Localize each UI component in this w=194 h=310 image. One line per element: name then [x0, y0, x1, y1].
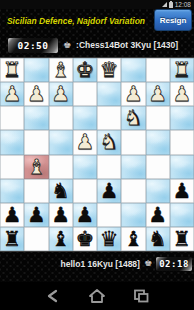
square-b1[interactable] [146, 58, 170, 82]
square-g5[interactable]: ♝ [24, 155, 48, 179]
piece-black-knight: ♞ [51, 179, 70, 203]
square-b3[interactable] [146, 106, 170, 130]
piece-white-queen: ♛ [100, 58, 119, 82]
square-a1[interactable]: ♜ [170, 58, 194, 82]
square-g8[interactable] [24, 227, 48, 251]
square-d6[interactable]: ♟ [97, 179, 121, 203]
piece-white-bishop: ♝ [51, 58, 70, 82]
piece-black-bishop: ♝ [124, 227, 143, 251]
piece-black-pawn: ♟ [75, 203, 94, 227]
square-f3[interactable] [49, 106, 73, 130]
recents-icon[interactable] [132, 289, 150, 304]
status-clock: 12:08 [175, 0, 191, 9]
square-e1[interactable]: ♚ [73, 58, 97, 82]
square-e6[interactable] [73, 179, 97, 203]
piece-black-queen: ♛ [100, 227, 119, 251]
square-h3[interactable] [0, 106, 24, 130]
square-c8[interactable]: ♝ [121, 227, 145, 251]
square-e7[interactable]: ♟ [73, 203, 97, 227]
square-c7[interactable] [121, 203, 145, 227]
square-d1[interactable]: ♛ [97, 58, 121, 82]
piece-white-pawn: ♟ [148, 82, 167, 106]
square-e3[interactable] [73, 106, 97, 130]
piece-white-pawn: ♟ [3, 82, 22, 106]
piece-white-pawn: ♟ [51, 82, 70, 106]
square-h4[interactable] [0, 130, 24, 154]
square-g6[interactable] [24, 179, 48, 203]
square-f1[interactable]: ♝ [49, 58, 73, 82]
android-nav-bar [0, 282, 194, 310]
square-h5[interactable] [0, 155, 24, 179]
piece-white-rook: ♜ [3, 58, 22, 82]
piece-black-pawn: ♟ [148, 203, 167, 227]
square-b6[interactable] [146, 179, 170, 203]
piece-white-king: ♚ [75, 58, 94, 82]
square-c2[interactable]: ♟ [121, 82, 145, 106]
piece-black-bishop: ♝ [51, 227, 70, 251]
piece-black-pawn: ♟ [51, 203, 70, 227]
piece-white-pawn: ♟ [27, 82, 46, 106]
battery-icon [169, 2, 173, 8]
square-g7[interactable]: ♟ [24, 203, 48, 227]
square-d4[interactable]: ♞ [97, 130, 121, 154]
resign-button[interactable]: Resign [154, 9, 192, 31]
square-e4[interactable]: ♟ [73, 130, 97, 154]
king-crown-icon: ♚ [63, 41, 71, 50]
piece-white-rook: ♜ [172, 58, 191, 82]
square-a2[interactable]: ♟ [170, 82, 194, 106]
square-g2[interactable]: ♟ [24, 82, 48, 106]
signal-icon [162, 2, 167, 7]
opening-title: Sicilian Defence, Najdorf Variation [7, 16, 145, 26]
square-b2[interactable]: ♟ [146, 82, 170, 106]
app-screen: 12:08 Sicilian Defence, Najdorf Variatio… [0, 0, 194, 310]
square-c1[interactable] [121, 58, 145, 82]
piece-black-pawn: ♟ [27, 203, 46, 227]
square-d7[interactable] [97, 203, 121, 227]
square-b4[interactable] [146, 130, 170, 154]
piece-black-king: ♚ [75, 227, 94, 251]
square-g3[interactable] [24, 106, 48, 130]
square-a7[interactable] [170, 203, 194, 227]
square-c5[interactable] [121, 155, 145, 179]
piece-white-knight: ♞ [100, 130, 119, 154]
opponent-bar: 02:50 ♚ :Chess14Bot 3Kyu [1430] [0, 36, 194, 54]
square-f6[interactable]: ♞ [49, 179, 73, 203]
player-bar: hello1 16Kyu [1488] ♚ 02:18 [0, 255, 194, 272]
piece-white-pawn: ♟ [124, 82, 143, 106]
back-icon[interactable] [44, 289, 62, 304]
square-f8[interactable]: ♝ [49, 227, 73, 251]
king-crown-icon: ♚ [144, 259, 152, 268]
status-bar: 12:08 [0, 0, 194, 9]
square-h6[interactable] [0, 179, 24, 203]
home-icon[interactable] [88, 289, 106, 304]
square-b7[interactable]: ♟ [146, 203, 170, 227]
title-row: Sicilian Defence, Najdorf Variation [0, 9, 152, 33]
square-a5[interactable] [170, 155, 194, 179]
square-d2[interactable] [97, 82, 121, 106]
chess-board[interactable]: ♜♝♚♛♜♟♟♟♟♟♟♞♟♞♝♞♟♟♟♟♟♟♟♜♝♚♛♝♞♜ [0, 57, 194, 252]
square-c6[interactable] [121, 179, 145, 203]
square-e8[interactable]: ♚ [73, 227, 97, 251]
square-a8[interactable]: ♜ [170, 227, 194, 251]
square-a6[interactable]: ♟ [170, 179, 194, 203]
piece-black-rook: ♜ [3, 227, 22, 251]
piece-white-pawn: ♟ [172, 82, 191, 106]
square-f5[interactable] [49, 155, 73, 179]
piece-black-pawn: ♟ [3, 203, 22, 227]
piece-black-rook: ♜ [172, 227, 191, 251]
square-c4[interactable] [121, 130, 145, 154]
square-f4[interactable] [49, 130, 73, 154]
square-d5[interactable] [97, 155, 121, 179]
square-g1[interactable] [24, 58, 48, 82]
square-h7[interactable]: ♟ [0, 203, 24, 227]
square-d3[interactable] [97, 106, 121, 130]
piece-white-pawn: ♟ [75, 130, 94, 154]
square-e2[interactable] [73, 82, 97, 106]
square-h1[interactable]: ♜ [0, 58, 24, 82]
square-b5[interactable] [146, 155, 170, 179]
piece-black-pawn: ♟ [100, 179, 119, 203]
piece-black-pawn: ♟ [172, 179, 191, 203]
square-b8[interactable]: ♞ [146, 227, 170, 251]
square-h2[interactable]: ♟ [0, 82, 24, 106]
piece-black-knight: ♞ [148, 227, 167, 251]
player-name: hello1 16Kyu [1488] [61, 259, 140, 269]
square-a3[interactable] [170, 106, 194, 130]
square-d8[interactable]: ♛ [97, 227, 121, 251]
square-c3[interactable]: ♞ [121, 106, 145, 130]
piece-white-bishop: ♝ [27, 155, 46, 179]
player-clock: 02:18 [156, 257, 192, 271]
square-e5[interactable] [73, 155, 97, 179]
square-g4[interactable] [24, 130, 48, 154]
opponent-clock: 02:50 [8, 38, 58, 53]
square-f7[interactable]: ♟ [49, 203, 73, 227]
square-h8[interactable]: ♜ [0, 227, 24, 251]
square-f2[interactable]: ♟ [49, 82, 73, 106]
piece-white-knight: ♞ [124, 106, 143, 130]
square-a4[interactable] [170, 130, 194, 154]
opponent-name: :Chess14Bot 3Kyu [1430] [76, 40, 178, 50]
